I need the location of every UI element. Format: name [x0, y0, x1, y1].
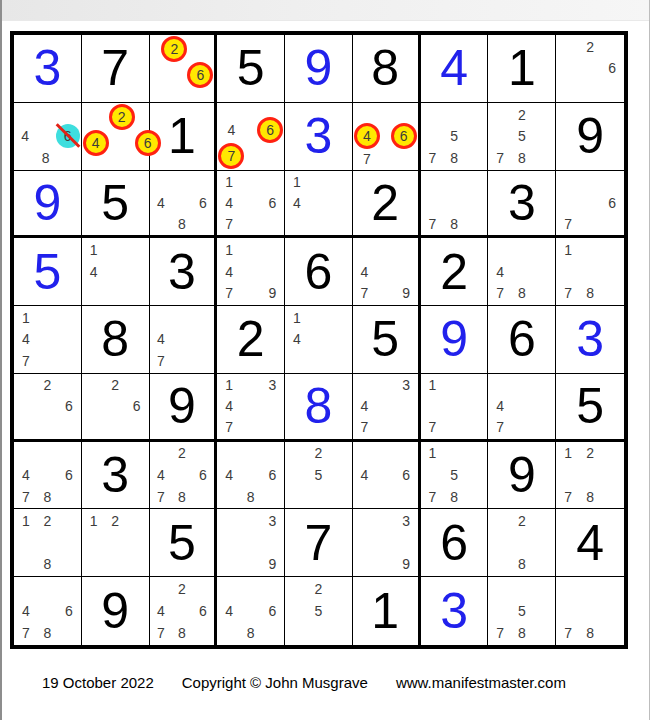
- cell-r9c5[interactable]: 25: [285, 577, 353, 645]
- cell-r6c9[interactable]: 5: [556, 374, 624, 442]
- cell-r7c8[interactable]: 9: [488, 442, 556, 510]
- given-digit: 4: [576, 518, 604, 568]
- cell-r5c7[interactable]: 9: [421, 306, 489, 374]
- candidate-digit-highlight-circle: 7: [218, 143, 244, 169]
- candidate-digit: 9: [396, 554, 417, 576]
- candidate-digit: 7: [422, 486, 444, 508]
- candidate-grid: 468: [151, 172, 214, 235]
- cell-r3c8[interactable]: 3: [488, 171, 556, 239]
- candidate-grid: 14: [286, 307, 351, 372]
- candidate-digit: 7: [422, 417, 444, 438]
- candidate-digit: 5: [443, 464, 465, 486]
- solved-digit: 4: [440, 43, 468, 93]
- candidate-digit: 7: [489, 147, 511, 169]
- cell-r5c5[interactable]: 14: [285, 306, 353, 374]
- candidate-digit: 1: [557, 443, 579, 465]
- candidate-digit: 7: [489, 283, 511, 305]
- cell-r9c1[interactable]: 4678: [14, 577, 82, 645]
- candidate-grid: 468: [218, 578, 283, 644]
- candidate-grid: 1467: [218, 172, 283, 235]
- candidate-grid: 1479: [218, 239, 283, 304]
- candidate-digit: 1: [15, 510, 37, 532]
- candidate-digit: 8: [443, 147, 465, 169]
- candidate-grid: 467: [218, 104, 283, 169]
- candidate-digit: 2: [104, 510, 126, 532]
- given-digit: 5: [168, 518, 196, 568]
- candidate-grid: 478: [489, 239, 554, 304]
- candidate-digit: 8: [511, 622, 533, 644]
- cell-r6c4[interactable]: 1347: [217, 374, 285, 442]
- candidate-digit: 7: [151, 622, 172, 644]
- cell-r8c3[interactable]: 5: [150, 509, 218, 577]
- candidate-digit: 7: [15, 350, 37, 372]
- candidate-digit: 7: [557, 283, 579, 305]
- given-digit: 7: [101, 43, 129, 93]
- candidate-digit: 7: [557, 486, 579, 508]
- given-digit: 1: [168, 111, 196, 161]
- cell-r7c4[interactable]: 468: [217, 442, 285, 510]
- cell-r2c8[interactable]: 2578: [488, 103, 556, 171]
- candidate-digit: 4: [15, 329, 37, 351]
- candidate-digit: 7: [557, 213, 579, 234]
- candidate-digit: 2: [511, 104, 533, 126]
- candidate-grid: 26: [15, 375, 80, 438]
- solved-digit: 3: [305, 111, 333, 161]
- candidate-digit: 8: [171, 213, 192, 234]
- candidate-digit: 4: [151, 464, 172, 486]
- candidate-digit: 8: [37, 622, 59, 644]
- candidate-digit: 4: [218, 192, 240, 213]
- candidate-digit-highlight-circle: 2: [109, 104, 135, 130]
- candidate-grid: 24678: [151, 578, 214, 644]
- cell-r8c2[interactable]: 12: [82, 509, 150, 577]
- candidate-digit: 6: [262, 464, 284, 486]
- candidate-digit: 7: [354, 283, 375, 305]
- candidate-digit: 6: [126, 396, 148, 417]
- candidate-digit: 8: [240, 486, 262, 508]
- candidate-digit: 4: [151, 329, 172, 351]
- candidate-digit-highlight-circle: 6: [135, 130, 161, 156]
- given-digit: 5: [101, 178, 129, 228]
- cell-r7c9[interactable]: 1278: [556, 442, 624, 510]
- candidate-digit: 4: [83, 261, 105, 283]
- candidate-grid: 578: [422, 104, 487, 169]
- candidate-grid: 467: [354, 104, 417, 169]
- cell-r9c2[interactable]: 9: [82, 577, 150, 645]
- candidate-digit: 1: [422, 443, 444, 465]
- candidate-digit: 4: [218, 396, 240, 417]
- candidate-digit-highlight-circle: 6: [257, 117, 283, 143]
- given-digit: 3: [508, 178, 536, 228]
- candidate-digit: 1: [83, 510, 105, 532]
- candidate-grid: 25: [286, 578, 351, 644]
- cell-r2c2[interactable]: 246: [82, 103, 150, 171]
- solved-digit: 9: [33, 178, 61, 228]
- cell-r8c9[interactable]: 4: [556, 509, 624, 577]
- candidate-digit: 5: [308, 600, 330, 622]
- candidate-digit: 9: [262, 554, 284, 576]
- cell-r6c6[interactable]: 347: [353, 374, 421, 442]
- given-digit: 8: [101, 314, 129, 364]
- given-digit: 7: [305, 518, 333, 568]
- candidate-digit: 7: [15, 486, 37, 508]
- candidate-digit: 9: [396, 283, 417, 305]
- candidate-grid: 1578: [422, 443, 487, 508]
- candidate-digit: 5: [443, 125, 465, 147]
- candidate-digit: 7: [354, 417, 375, 438]
- candidate-digit: 6: [262, 600, 284, 622]
- cell-r6c5[interactable]: 8: [285, 374, 353, 442]
- cell-r4c2[interactable]: 14: [82, 238, 150, 306]
- candidate-digit: 4: [354, 261, 375, 283]
- candidate-grid: 347: [354, 375, 417, 438]
- candidate-digit: 1: [218, 239, 240, 261]
- candidate-grid: 17: [422, 375, 487, 438]
- cell-r6c1[interactable]: 26: [14, 374, 82, 442]
- candidate-digit: 1: [286, 172, 308, 193]
- solved-digit: 9: [305, 43, 333, 93]
- candidate-digit: 6: [58, 396, 80, 417]
- candidate-grid: 178: [557, 239, 623, 304]
- cell-r3c1[interactable]: 9: [14, 171, 82, 239]
- candidate-grid: 14: [83, 239, 148, 304]
- candidate-digit: 2: [37, 510, 59, 532]
- candidate-digit: 7: [489, 622, 511, 644]
- cell-r4c8[interactable]: 478: [488, 238, 556, 306]
- candidate-digit: 6: [192, 600, 213, 622]
- cell-r6c2[interactable]: 26: [82, 374, 150, 442]
- cell-r9c3[interactable]: 24678: [150, 577, 218, 645]
- candidate-digit: 7: [218, 417, 240, 438]
- cell-r5c1[interactable]: 147: [14, 306, 82, 374]
- cell-r8c1[interactable]: 128: [14, 509, 82, 577]
- cell-r1c4[interactable]: 5: [217, 35, 285, 103]
- given-digit: 1: [508, 43, 536, 93]
- cell-r1c2[interactable]: 7: [82, 35, 150, 103]
- candidate-digit: 8: [511, 554, 533, 576]
- footer-website: www.manifestmaster.com: [396, 674, 566, 691]
- candidate-grid: 25: [286, 443, 351, 508]
- candidate-digit: 4: [151, 192, 172, 213]
- cell-r1c6[interactable]: 8: [353, 35, 421, 103]
- candidate-digit: 3: [262, 375, 284, 396]
- cell-r7c5[interactable]: 25: [285, 442, 353, 510]
- cell-r3c7[interactable]: 78: [421, 171, 489, 239]
- given-digit: 5: [237, 43, 265, 93]
- cell-r1c5[interactable]: 9: [285, 35, 353, 103]
- candidate-digit: 1: [218, 375, 240, 396]
- given-digit: 9: [576, 111, 604, 161]
- candidate-digit: 7: [151, 486, 172, 508]
- candidate-grid: 1347: [218, 375, 283, 438]
- cell-r5c9[interactable]: 3: [556, 306, 624, 374]
- candidate-grid: 39: [218, 510, 283, 575]
- cell-r4c6[interactable]: 479: [353, 238, 421, 306]
- candidate-digit: 4: [286, 329, 308, 351]
- solved-digit: 3: [440, 586, 468, 636]
- candidate-digit: 5: [308, 464, 330, 486]
- cell-r5c2[interactable]: 8: [82, 306, 150, 374]
- candidate-digit: 4: [218, 464, 240, 486]
- cell-r4c5[interactable]: 6: [285, 238, 353, 306]
- candidate-digit: 7: [354, 149, 380, 168]
- given-digit: 9: [508, 450, 536, 500]
- given-digit: 9: [168, 381, 196, 431]
- candidate-digit: 7: [422, 213, 444, 234]
- candidate-grid: 479: [354, 239, 417, 304]
- candidate-grid: 12: [83, 510, 148, 575]
- solved-digit: 5: [33, 247, 61, 297]
- candidate-digit: 6: [192, 464, 213, 486]
- cell-r4c4[interactable]: 1479: [217, 238, 285, 306]
- cell-r5c6[interactable]: 5: [353, 306, 421, 374]
- candidate-digit: 4: [354, 464, 375, 486]
- candidate-digit: 7: [218, 283, 240, 305]
- candidate-digit: 6: [601, 58, 623, 80]
- cell-r3c4[interactable]: 1467: [217, 171, 285, 239]
- candidate-digit: 2: [308, 443, 330, 465]
- candidate-grid: 468: [218, 443, 283, 508]
- cell-r5c4[interactable]: 2: [217, 306, 285, 374]
- candidate-digit: 2: [511, 510, 533, 532]
- cell-r4c1[interactable]: 5: [14, 238, 82, 306]
- given-digit: 5: [371, 314, 399, 364]
- cell-r2c5[interactable]: 3: [285, 103, 353, 171]
- candidate-grid: 4678: [15, 578, 80, 644]
- footer: 19 October 2022 Copyright © John Musgrav…: [42, 674, 566, 691]
- cell-r7c2[interactable]: 3: [82, 442, 150, 510]
- candidate-digit: 2: [171, 578, 192, 600]
- candidate-digit: 8: [579, 486, 601, 508]
- footer-copyright: Copyright © John Musgrave: [182, 674, 368, 691]
- solved-digit: 3: [576, 314, 604, 364]
- candidate-digit: 8: [579, 622, 601, 644]
- cell-r3c2[interactable]: 5: [82, 171, 150, 239]
- candidate-digit-highlight-circle: 2: [161, 36, 187, 62]
- cell-r2c9[interactable]: 9: [556, 103, 624, 171]
- candidate-grid: 26: [151, 36, 214, 101]
- candidate-digit: 8: [37, 486, 59, 508]
- candidate-digit: 7: [151, 350, 172, 372]
- candidate-digit: 1: [83, 239, 105, 261]
- cell-r2c4[interactable]: 467: [217, 103, 285, 171]
- candidate-digit-highlight-circle: 4: [83, 130, 109, 156]
- candidate-digit: 8: [511, 147, 533, 169]
- candidate-grid: 78: [422, 172, 487, 235]
- candidate-digit: 8: [443, 486, 465, 508]
- candidate-digit: 2: [308, 578, 330, 600]
- candidate-digit: 7: [218, 213, 240, 234]
- footer-date: 19 October 2022: [42, 674, 154, 691]
- cell-r4c7[interactable]: 2: [421, 238, 489, 306]
- candidate-digit-highlight-circle: 6: [187, 62, 213, 88]
- candidate-digit: 4: [286, 192, 308, 213]
- cell-r7c1[interactable]: 4678: [14, 442, 82, 510]
- candidate-digit-highlight-circle: 4: [354, 123, 380, 149]
- candidate-grid: 47: [151, 307, 214, 372]
- candidate-grid: 4678: [15, 443, 80, 508]
- candidate-grid: 24678: [151, 443, 214, 508]
- cell-r5c3[interactable]: 47: [150, 306, 218, 374]
- candidate-digit: 2: [37, 375, 59, 396]
- cell-r8c8[interactable]: 28: [488, 509, 556, 577]
- cell-r7c3[interactable]: 24678: [150, 442, 218, 510]
- candidate-grid: 2578: [489, 104, 554, 169]
- cell-r3c6[interactable]: 2: [353, 171, 421, 239]
- candidate-grid: 46: [354, 443, 417, 508]
- candidate-digit: 2: [171, 443, 192, 465]
- candidate-digit: 2: [579, 36, 601, 58]
- given-digit: 6: [508, 314, 536, 364]
- candidate-digit-highlight-circle: 6: [391, 123, 417, 149]
- given-digit: 2: [237, 314, 265, 364]
- candidate-digit: 7: [422, 147, 444, 169]
- candidate-digit: 1: [286, 307, 308, 329]
- sudoku-board: 3726598412646824614673467578257899546814…: [10, 31, 628, 649]
- candidate-grid: 67: [557, 172, 623, 235]
- given-digit: 9: [101, 586, 129, 636]
- candidate-digit: 6: [396, 464, 417, 486]
- cell-r2c1[interactable]: 468: [14, 103, 82, 171]
- cell-r6c7[interactable]: 17: [421, 374, 489, 442]
- candidate-digit: 7: [489, 417, 511, 438]
- candidate-grid: 26: [557, 36, 623, 101]
- cell-r9c8[interactable]: 578: [488, 577, 556, 645]
- candidate-grid: 578: [489, 578, 554, 644]
- candidate-digit: 4: [218, 261, 240, 283]
- candidate-digit: 6: [601, 192, 623, 213]
- candidate-grid: 468: [15, 104, 80, 169]
- candidate-digit: 1: [15, 307, 37, 329]
- candidate-digit: 6: [262, 192, 284, 213]
- candidate-digit: 3: [396, 375, 417, 396]
- cell-r8c6[interactable]: 39: [353, 509, 421, 577]
- candidate-digit: 4: [15, 600, 37, 622]
- cell-r5c8[interactable]: 6: [488, 306, 556, 374]
- cell-r7c6[interactable]: 46: [353, 442, 421, 510]
- cell-r9c6[interactable]: 1: [353, 577, 421, 645]
- cell-r1c9[interactable]: 26: [556, 35, 624, 103]
- cell-r3c5[interactable]: 14: [285, 171, 353, 239]
- window-top-bar: [2, 0, 649, 21]
- cell-r8c7[interactable]: 6: [421, 509, 489, 577]
- cell-r9c9[interactable]: 78: [556, 577, 624, 645]
- cell-r8c4[interactable]: 39: [217, 509, 285, 577]
- cell-r9c4[interactable]: 468: [217, 577, 285, 645]
- candidate-grid: 78: [557, 578, 623, 644]
- candidate-grid: 246: [83, 104, 148, 169]
- given-digit: 5: [576, 381, 604, 431]
- candidate-digit: 8: [171, 622, 192, 644]
- given-digit: 1: [371, 586, 399, 636]
- candidate-digit: 9: [262, 283, 284, 305]
- given-digit: 2: [371, 178, 399, 228]
- candidate-digit: 3: [396, 510, 417, 532]
- cell-r7c7[interactable]: 1578: [421, 442, 489, 510]
- candidate-digit: 6: [58, 464, 80, 486]
- candidate-digit: 7: [557, 622, 579, 644]
- cell-r1c8[interactable]: 1: [488, 35, 556, 103]
- cell-r6c3[interactable]: 9: [150, 374, 218, 442]
- candidate-grid: 39: [354, 510, 417, 575]
- cell-r8c5[interactable]: 7: [285, 509, 353, 577]
- solved-digit: 3: [33, 43, 61, 93]
- candidate-digit: 4: [15, 464, 37, 486]
- given-digit: 6: [440, 518, 468, 568]
- candidate-digit: 5: [511, 600, 533, 622]
- cell-r2c6[interactable]: 467: [353, 103, 421, 171]
- given-digit: 8: [371, 43, 399, 93]
- candidate-digit: 6: [192, 192, 213, 213]
- candidate-grid: 1278: [557, 443, 623, 508]
- candidate-digit: 2: [579, 443, 601, 465]
- candidate-digit: 8: [240, 622, 262, 644]
- given-digit: 2: [440, 247, 468, 297]
- candidate-grid: 128: [15, 510, 80, 575]
- window-left-border: [0, 0, 2, 720]
- cell-r1c7[interactable]: 4: [421, 35, 489, 103]
- candidate-digit: 8: [579, 283, 601, 305]
- candidate-digit: 4: [489, 396, 511, 417]
- candidate-digit: 5: [511, 125, 533, 147]
- solved-digit: 8: [305, 381, 333, 431]
- candidate-digit: 1: [422, 375, 444, 396]
- candidate-digit: 4: [218, 600, 240, 622]
- candidate-grid: 147: [15, 307, 80, 372]
- candidate-digit: 6: [58, 600, 80, 622]
- candidate-digit: 8: [37, 554, 59, 576]
- cell-r3c3[interactable]: 468: [150, 171, 218, 239]
- candidate-digit: 1: [218, 172, 240, 193]
- candidate-digit: 4: [489, 261, 511, 283]
- given-digit: 3: [168, 247, 196, 297]
- candidate-grid: 14: [286, 172, 351, 235]
- cell-r4c3[interactable]: 3: [150, 238, 218, 306]
- cell-r4c9[interactable]: 178: [556, 238, 624, 306]
- candidate-digit: 4: [354, 396, 375, 417]
- cell-r3c9[interactable]: 67: [556, 171, 624, 239]
- candidate-digit: 2: [104, 375, 126, 396]
- candidate-digit: 8: [35, 148, 55, 168]
- candidate-digit: 3: [262, 510, 284, 532]
- candidate-grid: 26: [83, 375, 148, 438]
- candidate-digit: 1: [557, 239, 579, 261]
- solved-digit: 9: [440, 314, 468, 364]
- candidate-digit: 4: [218, 117, 244, 143]
- candidate-digit-eliminated: 6: [56, 124, 80, 148]
- candidate-digit: 8: [171, 486, 192, 508]
- cell-r9c7[interactable]: 3: [421, 577, 489, 645]
- candidate-grid: 28: [489, 510, 554, 575]
- candidate-grid: 47: [489, 375, 554, 438]
- given-digit: 6: [305, 247, 333, 297]
- cell-r1c1[interactable]: 3: [14, 35, 82, 103]
- given-digit: 3: [101, 450, 129, 500]
- cell-r1c3[interactable]: 26: [150, 35, 218, 103]
- cell-r2c7[interactable]: 578: [421, 103, 489, 171]
- candidate-digit: 8: [443, 213, 465, 234]
- cell-r6c8[interactable]: 47: [488, 374, 556, 442]
- candidate-digit: 4: [151, 600, 172, 622]
- candidate-digit: 7: [15, 622, 37, 644]
- candidate-digit: 4: [15, 124, 35, 148]
- candidate-digit: 8: [511, 283, 533, 305]
